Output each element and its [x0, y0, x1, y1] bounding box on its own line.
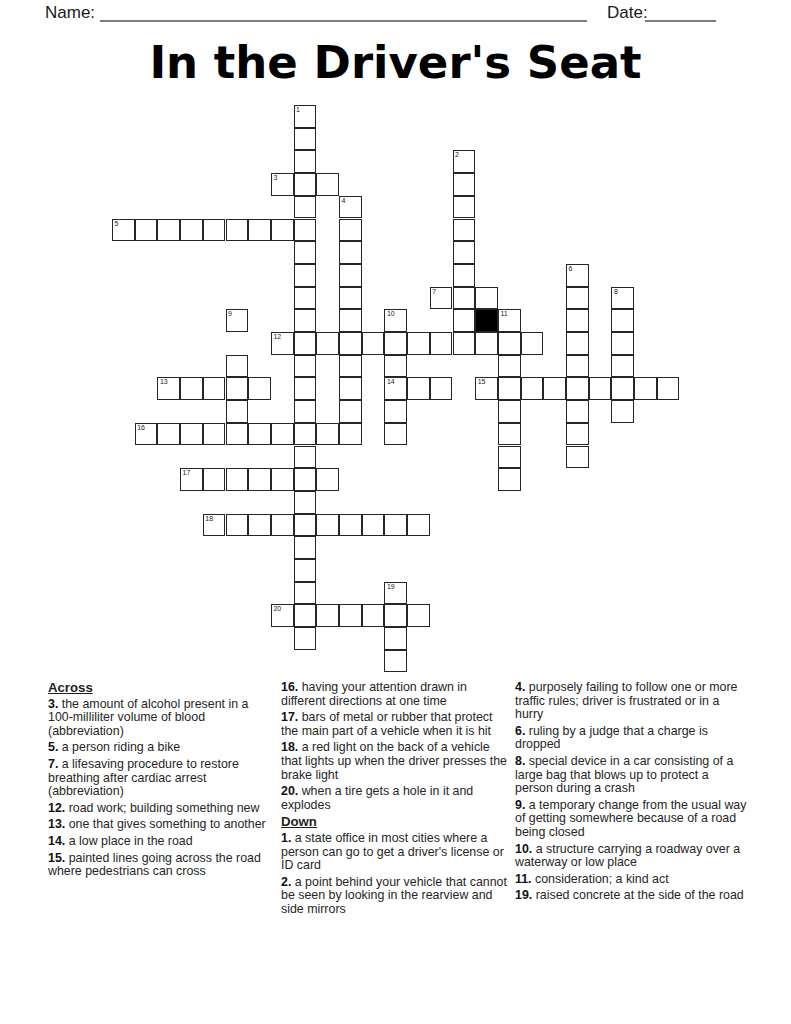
grid-cell[interactable]: [248, 377, 271, 400]
grid-cell[interactable]: [498, 355, 521, 378]
clue-item: 3. the amount of alcohol present in a 10…: [48, 698, 276, 739]
grid-cell[interactable]: [407, 514, 430, 537]
grid-cell[interactable]: [248, 219, 271, 242]
grid-cell[interactable]: [634, 377, 657, 400]
grid-cell[interactable]: [248, 514, 271, 537]
clue-number: 9.: [515, 798, 529, 812]
grid-cell[interactable]: [566, 423, 589, 446]
grid-cell[interactable]: [248, 468, 271, 491]
grid-cell[interactable]: 7: [430, 287, 453, 310]
clue-item: 17. bars of metal or rubber that protect…: [281, 711, 509, 738]
clue-number-label: 1: [296, 106, 300, 114]
grid-cell[interactable]: [430, 377, 453, 400]
grid-cell[interactable]: [157, 219, 180, 242]
grid-cell[interactable]: [407, 377, 430, 400]
grid-cell[interactable]: [294, 355, 317, 378]
grid-cell[interactable]: [453, 196, 476, 219]
grid-cell[interactable]: [453, 173, 476, 196]
grid-cell[interactable]: [316, 514, 339, 537]
grid-cell[interactable]: [226, 468, 249, 491]
grid-cell[interactable]: 3: [271, 173, 294, 196]
grid-cell[interactable]: [294, 332, 317, 355]
grid-cell[interactable]: [453, 264, 476, 287]
grid-cell[interactable]: [384, 332, 407, 355]
grid-cell[interactable]: [453, 219, 476, 242]
grid-cell[interactable]: [157, 423, 180, 446]
grid-cell[interactable]: 17: [180, 468, 203, 491]
clue-item: 1. a state office in most cities where a…: [281, 832, 509, 873]
clue-number: 4.: [515, 680, 529, 694]
grid-cell[interactable]: [475, 332, 498, 355]
clue-number-label: 15: [478, 378, 486, 386]
clue-number: 5.: [48, 740, 62, 754]
grid-cell[interactable]: [294, 287, 317, 310]
clue-item: 18. a red light on the back of a vehicle…: [281, 741, 509, 782]
grid-cell[interactable]: [180, 423, 203, 446]
grid-cell[interactable]: [248, 423, 271, 446]
grid-cell[interactable]: [407, 604, 430, 627]
grid-cell[interactable]: [339, 514, 362, 537]
grid-cell[interactable]: 18: [203, 514, 226, 537]
grid-cell[interactable]: [384, 400, 407, 423]
clue-number: 8.: [515, 754, 529, 768]
grid-cell[interactable]: [498, 400, 521, 423]
grid-cell[interactable]: [226, 377, 249, 400]
clue-number-label: 16: [137, 424, 145, 432]
grid-cell[interactable]: 15: [475, 377, 498, 400]
grid-cell[interactable]: 1: [294, 105, 317, 128]
grid-cell[interactable]: [384, 514, 407, 537]
grid-cell[interactable]: [294, 264, 317, 287]
grid-cell[interactable]: [226, 219, 249, 242]
clue-item: 12. road work; building something new: [48, 802, 276, 816]
clue-number-label: 6: [569, 265, 573, 273]
grid-cell[interactable]: [611, 377, 634, 400]
grid-cell[interactable]: [498, 377, 521, 400]
clue-number-label: 11: [500, 310, 507, 318]
grid-cell[interactable]: [384, 355, 407, 378]
grid-cell[interactable]: 2: [453, 150, 476, 173]
grid-cell[interactable]: [521, 332, 544, 355]
clue-item: 7. a lifesaving procedure to restore bre…: [48, 758, 276, 799]
grid-cell[interactable]: [339, 604, 362, 627]
grid-cell[interactable]: [566, 377, 589, 400]
clue-item: 19. raised concrete at the side of the r…: [515, 889, 747, 903]
grid-cell[interactable]: 14: [384, 377, 407, 400]
grid-cell[interactable]: [294, 128, 317, 151]
clue-number-label: 5: [115, 220, 119, 228]
grid-cell[interactable]: [611, 400, 634, 423]
grid-cell[interactable]: [566, 309, 589, 332]
grid-cell[interactable]: [294, 309, 317, 332]
clue-column-3: 4. purposely failing to follow one or mo…: [515, 681, 747, 906]
grid-cell[interactable]: [203, 468, 226, 491]
grid-cell[interactable]: [384, 650, 407, 673]
grid-cell[interactable]: [294, 604, 317, 627]
grid-cell[interactable]: [271, 219, 294, 242]
grid-cell[interactable]: [566, 446, 589, 469]
grid-cell[interactable]: [135, 219, 158, 242]
grid-cell[interactable]: [475, 287, 498, 310]
grid-cell[interactable]: [589, 377, 612, 400]
grid-cell[interactable]: [294, 219, 317, 242]
grid-cell[interactable]: [226, 423, 249, 446]
grid-cell[interactable]: [339, 355, 362, 378]
grid-cell[interactable]: [430, 332, 453, 355]
grid-cell[interactable]: [271, 468, 294, 491]
grid-cell[interactable]: [521, 377, 544, 400]
clue-number: 16.: [281, 680, 302, 694]
grid-cell[interactable]: [294, 196, 317, 219]
grid-cell[interactable]: [339, 219, 362, 242]
clue-item: 13. one that gives something to another: [48, 818, 276, 832]
clue-number: 18.: [281, 740, 302, 754]
clue-number-label: 17: [183, 469, 191, 477]
clue-item: 4. purposely failing to follow one or mo…: [515, 681, 747, 722]
grid-cell[interactable]: [294, 423, 317, 446]
clue-item: 10. a structure carrying a roadway over …: [515, 843, 747, 870]
grid-cell[interactable]: [498, 446, 521, 469]
grid-cell[interactable]: [566, 400, 589, 423]
crossword-grid: 1234567891011121314151617181920: [112, 105, 680, 673]
clue-number-label: 4: [342, 197, 346, 205]
clue-number: 17.: [281, 710, 302, 724]
grid-cell[interactable]: [498, 468, 521, 491]
grid-cell[interactable]: [226, 514, 249, 537]
grid-cell[interactable]: [453, 241, 476, 264]
clue-number-label: 12: [273, 333, 281, 341]
grid-cell[interactable]: [294, 241, 317, 264]
clue-number: 15.: [48, 851, 69, 865]
grid-cell[interactable]: [339, 309, 362, 332]
grid-cell[interactable]: 4: [339, 196, 362, 219]
grid-cell[interactable]: [339, 423, 362, 446]
grid-cell[interactable]: [294, 491, 317, 514]
grid-cell[interactable]: [384, 423, 407, 446]
grid-cell[interactable]: [180, 219, 203, 242]
clue-number: 19.: [515, 888, 536, 902]
clue-item: 5. a person riding a bike: [48, 741, 276, 755]
clue-number: 3.: [48, 697, 62, 711]
clue-number: 10.: [515, 842, 536, 856]
clue-number: 13.: [48, 817, 69, 831]
grid-cell[interactable]: [316, 604, 339, 627]
grid-cell[interactable]: [407, 332, 430, 355]
grid-cell[interactable]: [498, 332, 521, 355]
clue-item: 15. painted lines going across the road …: [48, 852, 276, 879]
clue-number: 11.: [515, 872, 535, 886]
worksheet-page: Name: Date: In the Driver's Seat 1234567…: [0, 0, 791, 1024]
clue-item: 11. consideration; a kind act: [515, 873, 747, 887]
grid-cell[interactable]: 6: [566, 264, 589, 287]
clue-number-label: 8: [614, 288, 618, 296]
page-title: In the Driver's Seat: [0, 36, 791, 89]
grid-cell[interactable]: 12: [271, 332, 294, 355]
grid-cell[interactable]: [362, 332, 385, 355]
clue-number: 14.: [48, 834, 69, 848]
clue-number: 12.: [48, 801, 69, 815]
grid-cell[interactable]: [362, 604, 385, 627]
grid-cell[interactable]: [294, 468, 317, 491]
blocked-cell: [475, 309, 498, 332]
grid-cell[interactable]: [226, 355, 249, 378]
grid-cell[interactable]: [453, 287, 476, 310]
grid-cell[interactable]: [294, 559, 317, 582]
grid-cell[interactable]: [339, 287, 362, 310]
grid-cell[interactable]: [566, 332, 589, 355]
clue-item: 2. a point behind your vehicle that cann…: [281, 876, 509, 917]
clue-number-label: 9: [228, 310, 232, 318]
grid-cell[interactable]: [294, 536, 317, 559]
grid-cell[interactable]: [203, 219, 226, 242]
grid-cell[interactable]: 11: [498, 309, 521, 332]
grid-cell[interactable]: [271, 514, 294, 537]
clue-number-label: 14: [387, 378, 395, 386]
grid-cell[interactable]: [226, 400, 249, 423]
grid-cell[interactable]: [294, 627, 317, 650]
grid-cell[interactable]: [498, 423, 521, 446]
grid-cell[interactable]: [294, 400, 317, 423]
grid-cell[interactable]: [339, 264, 362, 287]
grid-cell[interactable]: [611, 355, 634, 378]
clue-list-header-down: Down: [281, 815, 509, 829]
grid-cell[interactable]: [339, 332, 362, 355]
grid-cell[interactable]: [203, 423, 226, 446]
grid-cell[interactable]: [339, 400, 362, 423]
grid-cell[interactable]: [180, 377, 203, 400]
clue-item: 8. special device in a car consisting of…: [515, 755, 747, 796]
clue-number: 20.: [281, 784, 302, 798]
grid-cell[interactable]: [611, 332, 634, 355]
clue-column-1: Across3. the amount of alcohol present i…: [48, 681, 276, 882]
clue-column-2: 16. having your attention drawn in diffe…: [281, 681, 509, 920]
grid-cell[interactable]: [294, 514, 317, 537]
name-label: Name:: [45, 3, 95, 23]
name-line[interactable]: [100, 4, 587, 22]
clue-item: 6. ruling by a judge that a charge is dr…: [515, 725, 747, 752]
clue-number-label: 10: [387, 310, 395, 318]
grid-cell[interactable]: [316, 332, 339, 355]
grid-cell[interactable]: [294, 377, 317, 400]
grid-cell[interactable]: 9: [226, 309, 249, 332]
clue-number-label: 13: [160, 378, 168, 386]
grid-cell[interactable]: [566, 287, 589, 310]
grid-cell[interactable]: [316, 468, 339, 491]
grid-cell[interactable]: 16: [135, 423, 158, 446]
grid-cell[interactable]: [339, 377, 362, 400]
clue-number-label: 18: [205, 515, 213, 523]
grid-cell[interactable]: [294, 582, 317, 605]
grid-cell[interactable]: [543, 377, 566, 400]
grid-cell[interactable]: 10: [384, 309, 407, 332]
clue-number-label: 20: [273, 605, 281, 613]
clue-item: 14. a low place in the road: [48, 835, 276, 849]
grid-cell[interactable]: [271, 423, 294, 446]
grid-cell[interactable]: [611, 309, 634, 332]
grid-cell[interactable]: [657, 377, 680, 400]
grid-cell[interactable]: 8: [611, 287, 634, 310]
date-line[interactable]: [645, 4, 716, 22]
clue-number: 6.: [515, 724, 529, 738]
clue-number-label: 7: [432, 288, 436, 296]
clue-item: 16. having your attention drawn in diffe…: [281, 681, 509, 708]
grid-cell[interactable]: [339, 241, 362, 264]
clue-number: 1.: [281, 831, 295, 845]
grid-cell[interactable]: [384, 604, 407, 627]
clue-number-label: 3: [273, 174, 277, 182]
grid-cell[interactable]: [316, 173, 339, 196]
grid-cell[interactable]: 13: [157, 377, 180, 400]
grid-cell[interactable]: [316, 423, 339, 446]
grid-cell[interactable]: [294, 173, 317, 196]
clue-number-label: 19: [387, 583, 395, 591]
clue-number: 7.: [48, 757, 62, 771]
grid-cell[interactable]: [453, 309, 476, 332]
date-label: Date:: [607, 3, 648, 23]
clue-item: 9. a temporary change from the usual way…: [515, 799, 747, 840]
grid-cell[interactable]: [362, 514, 385, 537]
grid-cell[interactable]: [566, 355, 589, 378]
grid-cell[interactable]: [384, 627, 407, 650]
clue-number-label: 2: [455, 151, 459, 159]
grid-cell[interactable]: [294, 446, 317, 469]
grid-cell[interactable]: 20: [271, 604, 294, 627]
grid-cell[interactable]: [294, 150, 317, 173]
clue-list-header-across: Across: [48, 681, 276, 695]
grid-cell[interactable]: [453, 332, 476, 355]
grid-cell[interactable]: 5: [112, 219, 135, 242]
grid-cell[interactable]: [203, 377, 226, 400]
grid-cell[interactable]: 19: [384, 582, 407, 605]
clue-item: 20. when a tire gets a hole in it and ex…: [281, 785, 509, 812]
clue-number: 2.: [281, 875, 295, 889]
